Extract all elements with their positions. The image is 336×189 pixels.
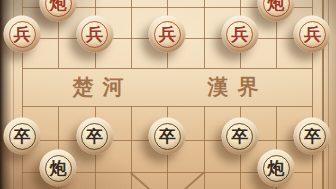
piece-red-soldier-i4[interactable]: 兵 bbox=[294, 16, 331, 53]
palace-diagonal bbox=[165, 172, 203, 189]
piece-red-soldier-e4[interactable]: 兵 bbox=[149, 16, 186, 53]
palace-diagonal bbox=[130, 172, 168, 189]
piece-glyph: 炮 bbox=[50, 160, 67, 177]
piece-glyph: 兵 bbox=[231, 26, 248, 43]
piece-red-cannon-h3[interactable]: 炮 bbox=[258, 0, 295, 22]
piece-red-cannon-b3[interactable]: 炮 bbox=[40, 0, 77, 22]
grid-file-line bbox=[204, 0, 205, 68]
piece-red-soldier-g4[interactable]: 兵 bbox=[221, 16, 258, 53]
piece-glyph: 兵 bbox=[14, 26, 31, 43]
piece-red-soldier-c4[interactable]: 兵 bbox=[76, 16, 113, 53]
piece-glyph: 炮 bbox=[268, 0, 285, 12]
grid-file-line bbox=[131, 106, 132, 189]
piece-black-cannon-b8[interactable]: 炮 bbox=[40, 150, 77, 187]
piece-black-soldier-e7[interactable]: 卒 bbox=[149, 118, 186, 155]
piece-glyph: 炮 bbox=[268, 160, 285, 177]
river-label-han-jie: 漢界 bbox=[199, 73, 268, 101]
piece-glyph: 卒 bbox=[304, 128, 321, 145]
piece-glyph: 兵 bbox=[86, 26, 103, 43]
piece-glyph: 卒 bbox=[231, 128, 248, 145]
grid-file-line bbox=[131, 0, 132, 68]
river-label-chu-he: 楚河 bbox=[64, 73, 133, 101]
piece-glyph: 兵 bbox=[304, 26, 321, 43]
piece-black-cannon-h8[interactable]: 炮 bbox=[258, 150, 295, 187]
piece-red-soldier-a4[interactable]: 兵 bbox=[4, 16, 41, 53]
piece-black-soldier-g7[interactable]: 卒 bbox=[221, 118, 258, 155]
piece-glyph: 卒 bbox=[14, 128, 31, 145]
grid-rank-line bbox=[22, 68, 312, 69]
piece-black-soldier-a7[interactable]: 卒 bbox=[4, 118, 41, 155]
grid-file-line bbox=[204, 106, 205, 189]
piece-glyph: 卒 bbox=[86, 128, 103, 145]
piece-glyph: 卒 bbox=[159, 128, 176, 145]
piece-black-soldier-i7[interactable]: 卒 bbox=[294, 118, 331, 155]
xiangqi-board: 楚河 漢界 炮炮兵兵兵兵兵卒卒卒卒卒炮炮 bbox=[0, 0, 336, 189]
piece-glyph: 炮 bbox=[50, 0, 67, 12]
piece-glyph: 兵 bbox=[159, 26, 176, 43]
piece-black-soldier-c7[interactable]: 卒 bbox=[76, 118, 113, 155]
